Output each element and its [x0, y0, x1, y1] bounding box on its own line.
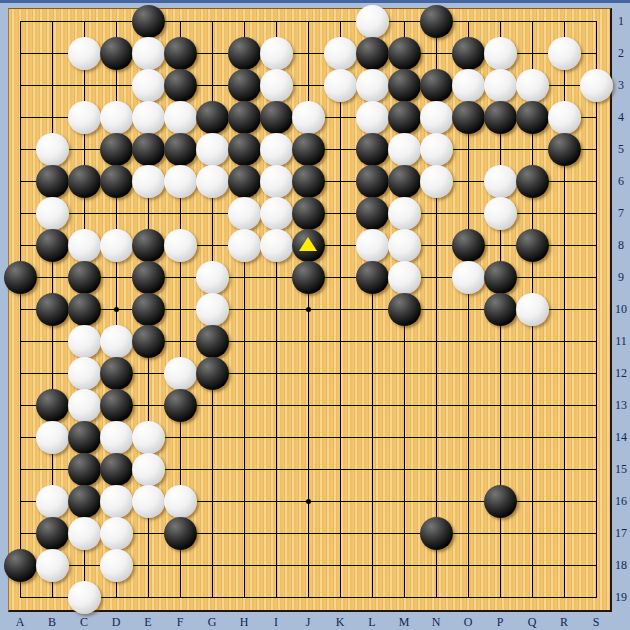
row-label-16: 16: [613, 495, 629, 507]
stone-white-I6: [260, 165, 293, 198]
row-label-9: 9: [613, 271, 629, 283]
col-label-O: O: [460, 616, 476, 628]
stone-white-D4: [100, 101, 133, 134]
stone-black-C6: [68, 165, 101, 198]
col-label-R: R: [556, 616, 572, 628]
grid-line-horizontal: [20, 597, 597, 598]
stone-white-K3: [324, 69, 357, 102]
stone-white-O9: [452, 261, 485, 294]
stone-white-I2: [260, 37, 293, 70]
stone-white-E6: [132, 165, 165, 198]
stone-black-P4: [484, 101, 517, 134]
stone-white-E2: [132, 37, 165, 70]
stone-white-F4: [164, 101, 197, 134]
stone-white-M9: [388, 261, 421, 294]
grid-line-vertical: [340, 21, 341, 598]
stone-black-E10: [132, 293, 165, 326]
stone-white-K2: [324, 37, 357, 70]
stone-black-D15: [100, 453, 133, 486]
stone-white-C12: [68, 357, 101, 390]
stone-black-M10: [388, 293, 421, 326]
stone-black-E9: [132, 261, 165, 294]
stone-white-M8: [388, 229, 421, 262]
stone-white-C17: [68, 517, 101, 550]
row-label-1: 1: [613, 15, 629, 27]
stone-white-C11: [68, 325, 101, 358]
stone-white-L1: [356, 5, 389, 38]
stone-black-A9: [4, 261, 37, 294]
row-label-18: 18: [613, 559, 629, 571]
col-label-S: S: [588, 616, 604, 628]
stone-white-S3: [580, 69, 613, 102]
stone-black-R5: [548, 133, 581, 166]
stone-black-H3: [228, 69, 261, 102]
stone-white-E16: [132, 485, 165, 518]
stone-black-P16: [484, 485, 517, 518]
stone-black-O2: [452, 37, 485, 70]
col-label-L: L: [364, 616, 380, 628]
row-label-12: 12: [613, 367, 629, 379]
row-label-14: 14: [613, 431, 629, 443]
stone-white-B16: [36, 485, 69, 518]
stone-black-F13: [164, 389, 197, 422]
stone-black-O8: [452, 229, 485, 262]
stone-black-G11: [196, 325, 229, 358]
stone-white-F6: [164, 165, 197, 198]
stone-black-C14: [68, 421, 101, 454]
stone-white-I5: [260, 133, 293, 166]
col-label-I: I: [268, 616, 284, 628]
stone-black-A18: [4, 549, 37, 582]
hoshi-point: [114, 307, 119, 312]
stone-black-D6: [100, 165, 133, 198]
stone-black-M6: [388, 165, 421, 198]
stone-white-D14: [100, 421, 133, 454]
stone-black-L2: [356, 37, 389, 70]
stone-white-P6: [484, 165, 517, 198]
stone-black-G12: [196, 357, 229, 390]
stone-black-B17: [36, 517, 69, 550]
stone-white-F16: [164, 485, 197, 518]
row-label-11: 11: [613, 335, 629, 347]
stone-black-F3: [164, 69, 197, 102]
stone-white-F12: [164, 357, 197, 390]
stone-black-C9: [68, 261, 101, 294]
stone-black-E5: [132, 133, 165, 166]
stone-black-F17: [164, 517, 197, 550]
row-label-2: 2: [613, 47, 629, 59]
stone-white-D8: [100, 229, 133, 262]
stone-white-P7: [484, 197, 517, 230]
stone-white-E15: [132, 453, 165, 486]
stone-black-E1: [132, 5, 165, 38]
stone-white-D16: [100, 485, 133, 518]
stone-white-N4: [420, 101, 453, 134]
stone-white-E3: [132, 69, 165, 102]
stone-white-Q10: [516, 293, 549, 326]
stone-black-C16: [68, 485, 101, 518]
hoshi-point: [306, 307, 311, 312]
stone-black-M3: [388, 69, 421, 102]
row-label-3: 3: [613, 79, 629, 91]
col-label-J: J: [300, 616, 316, 628]
stone-black-C10: [68, 293, 101, 326]
stone-white-D18: [100, 549, 133, 582]
stone-white-O3: [452, 69, 485, 102]
stone-white-B7: [36, 197, 69, 230]
col-label-E: E: [140, 616, 156, 628]
stone-white-H7: [228, 197, 261, 230]
stone-black-J6: [292, 165, 325, 198]
stone-black-L5: [356, 133, 389, 166]
stone-black-E11: [132, 325, 165, 358]
stone-white-B18: [36, 549, 69, 582]
stone-white-M7: [388, 197, 421, 230]
row-label-4: 4: [613, 111, 629, 123]
stone-white-Q3: [516, 69, 549, 102]
stone-black-H5: [228, 133, 261, 166]
col-label-B: B: [44, 616, 60, 628]
window-top-border: [0, 0, 630, 3]
stone-white-C13: [68, 389, 101, 422]
stone-black-Q4: [516, 101, 549, 134]
stone-black-Q6: [516, 165, 549, 198]
stone-black-L7: [356, 197, 389, 230]
row-label-10: 10: [613, 303, 629, 315]
col-label-A: A: [12, 616, 28, 628]
stone-black-M4: [388, 101, 421, 134]
stone-black-N1: [420, 5, 453, 38]
last-move-triangle-marker: [299, 237, 317, 251]
stone-black-G4: [196, 101, 229, 134]
stone-black-P9: [484, 261, 517, 294]
stone-white-C2: [68, 37, 101, 70]
stone-black-J5: [292, 133, 325, 166]
stone-white-C8: [68, 229, 101, 262]
stone-white-L4: [356, 101, 389, 134]
row-label-15: 15: [613, 463, 629, 475]
row-label-8: 8: [613, 239, 629, 251]
stone-white-R2: [548, 37, 581, 70]
stone-black-J9: [292, 261, 325, 294]
stone-black-F5: [164, 133, 197, 166]
col-label-N: N: [428, 616, 444, 628]
stone-black-N3: [420, 69, 453, 102]
stone-white-E14: [132, 421, 165, 454]
stone-white-H8: [228, 229, 261, 262]
stone-black-J7: [292, 197, 325, 230]
col-label-K: K: [332, 616, 348, 628]
stone-black-B8: [36, 229, 69, 262]
stone-black-C15: [68, 453, 101, 486]
col-label-G: G: [204, 616, 220, 628]
stone-white-N6: [420, 165, 453, 198]
stone-black-N17: [420, 517, 453, 550]
stone-white-C4: [68, 101, 101, 134]
stone-black-D12: [100, 357, 133, 390]
stone-white-F8: [164, 229, 197, 262]
stone-black-L6: [356, 165, 389, 198]
stone-white-G10: [196, 293, 229, 326]
col-label-D: D: [108, 616, 124, 628]
stone-black-I4: [260, 101, 293, 134]
row-label-7: 7: [613, 207, 629, 219]
stone-black-P10: [484, 293, 517, 326]
col-label-Q: Q: [524, 616, 540, 628]
stone-white-L8: [356, 229, 389, 262]
row-label-17: 17: [613, 527, 629, 539]
stone-black-F2: [164, 37, 197, 70]
stone-black-D2: [100, 37, 133, 70]
stone-black-H6: [228, 165, 261, 198]
stone-white-J4: [292, 101, 325, 134]
hoshi-point: [306, 499, 311, 504]
stone-white-D11: [100, 325, 133, 358]
stone-black-B6: [36, 165, 69, 198]
stone-white-C19: [68, 581, 101, 614]
stone-black-M2: [388, 37, 421, 70]
stone-black-D13: [100, 389, 133, 422]
row-label-5: 5: [613, 143, 629, 155]
row-label-13: 13: [613, 399, 629, 411]
grid-line-vertical: [596, 21, 597, 598]
stone-black-D5: [100, 133, 133, 166]
stone-white-M5: [388, 133, 421, 166]
stone-black-Q8: [516, 229, 549, 262]
col-label-C: C: [76, 616, 92, 628]
stone-black-B13: [36, 389, 69, 422]
col-label-P: P: [492, 616, 508, 628]
stone-black-L9: [356, 261, 389, 294]
stone-white-B5: [36, 133, 69, 166]
col-label-M: M: [396, 616, 412, 628]
stone-white-E4: [132, 101, 165, 134]
stone-black-H4: [228, 101, 261, 134]
stone-white-I8: [260, 229, 293, 262]
col-label-H: H: [236, 616, 252, 628]
row-label-6: 6: [613, 175, 629, 187]
go-game-window: ABCDEFGHIJKLMNOPQRS123456789101112131415…: [0, 0, 630, 630]
col-label-F: F: [172, 616, 188, 628]
stone-white-B14: [36, 421, 69, 454]
stone-black-B10: [36, 293, 69, 326]
stone-black-O4: [452, 101, 485, 134]
stone-white-G5: [196, 133, 229, 166]
stone-white-I7: [260, 197, 293, 230]
stone-white-N5: [420, 133, 453, 166]
stone-white-G9: [196, 261, 229, 294]
stone-black-E8: [132, 229, 165, 262]
stone-white-I3: [260, 69, 293, 102]
stone-white-D17: [100, 517, 133, 550]
stone-white-G6: [196, 165, 229, 198]
stone-black-H2: [228, 37, 261, 70]
stone-white-L3: [356, 69, 389, 102]
stone-white-P2: [484, 37, 517, 70]
row-label-19: 19: [613, 591, 629, 603]
stone-white-R4: [548, 101, 581, 134]
stone-white-P3: [484, 69, 517, 102]
